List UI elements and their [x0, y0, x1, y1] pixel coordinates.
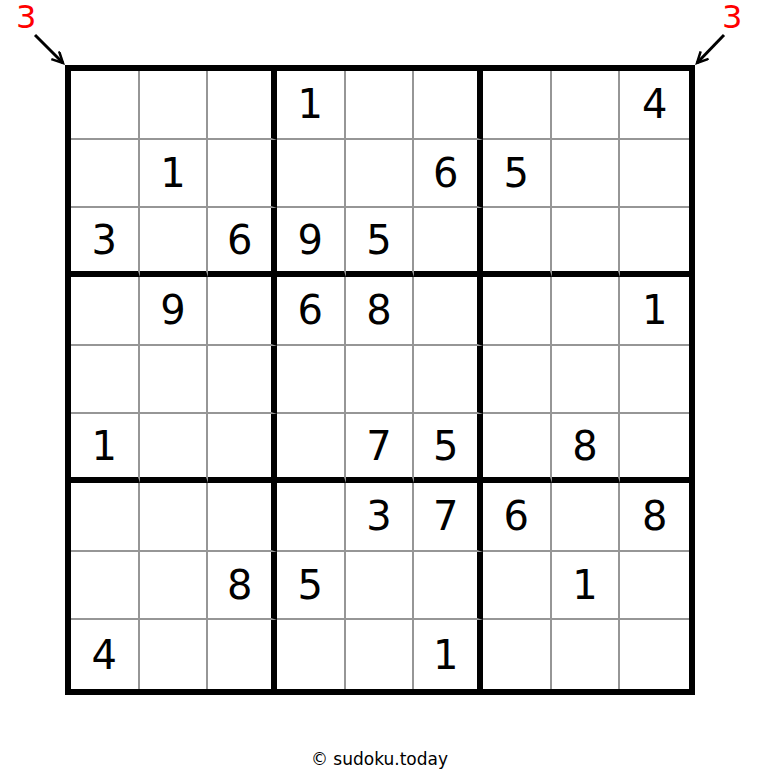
cell-r9c5[interactable]	[346, 620, 415, 689]
cell-r9c8[interactable]	[552, 620, 621, 689]
cell-r7c7[interactable]: 6	[483, 483, 552, 552]
cell-r5c9[interactable]	[620, 346, 689, 415]
cell-r3c1[interactable]: 3	[71, 208, 140, 277]
cell-r2c9[interactable]	[620, 140, 689, 209]
cell-r8c6[interactable]	[414, 552, 483, 621]
cell-r4c4[interactable]: 6	[277, 277, 346, 346]
cell-r7c6[interactable]: 7	[414, 483, 483, 552]
cell-r3c4[interactable]: 9	[277, 208, 346, 277]
diagonal-clue-top-right: 3	[722, 1, 742, 33]
cell-r1c7[interactable]	[483, 71, 552, 140]
cell-r8c2[interactable]	[140, 552, 209, 621]
cell-r9c2[interactable]	[140, 620, 209, 689]
cell-r8c1[interactable]	[71, 552, 140, 621]
diagonal-clue-top-left: 3	[16, 1, 36, 33]
cell-r3c9[interactable]	[620, 208, 689, 277]
cell-r4c9[interactable]: 1	[620, 277, 689, 346]
cell-r3c8[interactable]	[552, 208, 621, 277]
cell-r8c4[interactable]: 5	[277, 552, 346, 621]
cell-r7c2[interactable]	[140, 483, 209, 552]
cell-r3c7[interactable]	[483, 208, 552, 277]
cell-r7c5[interactable]: 3	[346, 483, 415, 552]
cell-r5c5[interactable]	[346, 346, 415, 415]
cell-r3c3[interactable]: 6	[208, 208, 277, 277]
cell-r7c4[interactable]	[277, 483, 346, 552]
cell-r1c9[interactable]: 4	[620, 71, 689, 140]
cell-r9c6[interactable]: 1	[414, 620, 483, 689]
cell-r7c8[interactable]	[552, 483, 621, 552]
cell-r2c1[interactable]	[71, 140, 140, 209]
cell-r3c5[interactable]: 5	[346, 208, 415, 277]
cell-r2c3[interactable]	[208, 140, 277, 209]
cell-r4c7[interactable]	[483, 277, 552, 346]
cell-r6c7[interactable]	[483, 414, 552, 483]
cell-r6c6[interactable]: 5	[414, 414, 483, 483]
cell-r7c3[interactable]	[208, 483, 277, 552]
cell-r1c5[interactable]	[346, 71, 415, 140]
cell-r8c9[interactable]	[620, 552, 689, 621]
cell-r5c7[interactable]	[483, 346, 552, 415]
cell-r1c6[interactable]	[414, 71, 483, 140]
cell-r8c5[interactable]	[346, 552, 415, 621]
cell-r2c8[interactable]	[552, 140, 621, 209]
arrow-top-left-icon	[35, 35, 63, 63]
cell-r4c3[interactable]	[208, 277, 277, 346]
cell-r9c1[interactable]: 4	[71, 620, 140, 689]
sudoku-board: 14165369596811758376885141	[65, 65, 695, 695]
cell-r1c2[interactable]	[140, 71, 209, 140]
cell-r3c6[interactable]	[414, 208, 483, 277]
cell-r9c9[interactable]	[620, 620, 689, 689]
cell-r8c8[interactable]: 1	[552, 552, 621, 621]
cell-r4c2[interactable]: 9	[140, 277, 209, 346]
cell-r2c7[interactable]: 5	[483, 140, 552, 209]
cell-r5c6[interactable]	[414, 346, 483, 415]
cell-r6c3[interactable]	[208, 414, 277, 483]
cell-r6c9[interactable]	[620, 414, 689, 483]
cell-r1c3[interactable]	[208, 71, 277, 140]
cell-r5c1[interactable]	[71, 346, 140, 415]
cell-r1c4[interactable]: 1	[277, 71, 346, 140]
cell-r6c8[interactable]: 8	[552, 414, 621, 483]
cell-r9c7[interactable]	[483, 620, 552, 689]
cell-r6c2[interactable]	[140, 414, 209, 483]
cell-r8c7[interactable]	[483, 552, 552, 621]
cell-r6c1[interactable]: 1	[71, 414, 140, 483]
cell-r4c8[interactable]	[552, 277, 621, 346]
cell-r2c6[interactable]: 6	[414, 140, 483, 209]
cell-r2c5[interactable]	[346, 140, 415, 209]
cell-r2c4[interactable]	[277, 140, 346, 209]
arrow-top-right-icon	[697, 35, 724, 63]
cell-r4c6[interactable]	[414, 277, 483, 346]
cell-r5c3[interactable]	[208, 346, 277, 415]
cell-r7c1[interactable]	[71, 483, 140, 552]
cell-r2c2[interactable]: 1	[140, 140, 209, 209]
copyright-text: © sudoku.today	[0, 749, 759, 769]
cell-r6c4[interactable]	[277, 414, 346, 483]
cell-r9c3[interactable]	[208, 620, 277, 689]
cell-r4c1[interactable]	[71, 277, 140, 346]
cell-r7c9[interactable]: 8	[620, 483, 689, 552]
cell-r4c5[interactable]: 8	[346, 277, 415, 346]
cell-r6c5[interactable]: 7	[346, 414, 415, 483]
cell-r9c4[interactable]	[277, 620, 346, 689]
cell-r5c8[interactable]	[552, 346, 621, 415]
cell-r5c2[interactable]	[140, 346, 209, 415]
cell-r8c3[interactable]: 8	[208, 552, 277, 621]
cell-r5c4[interactable]	[277, 346, 346, 415]
cell-r1c1[interactable]	[71, 71, 140, 140]
cell-r3c2[interactable]	[140, 208, 209, 277]
cell-r1c8[interactable]	[552, 71, 621, 140]
